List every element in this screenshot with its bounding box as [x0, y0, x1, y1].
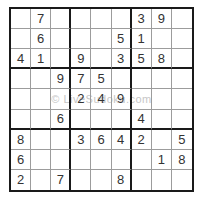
cell-r6c2[interactable]	[31, 110, 51, 130]
cell-r2c5[interactable]	[91, 29, 111, 49]
cell-r2c1[interactable]	[11, 29, 31, 49]
cell-r4c4[interactable]: 7	[71, 69, 91, 89]
cell-r4c9[interactable]	[172, 69, 192, 89]
cell-r5c8[interactable]	[152, 89, 172, 109]
cell-r9c1[interactable]: 2	[11, 170, 31, 190]
cell-r1c2[interactable]: 7	[31, 9, 51, 29]
cell-r7c4[interactable]: 3	[71, 130, 91, 150]
cell-r1c7[interactable]: 3	[132, 9, 152, 29]
cell-r8c2[interactable]	[31, 150, 51, 170]
cell-r7c9[interactable]: 5	[172, 130, 192, 150]
cell-r6c3[interactable]: 6	[51, 110, 71, 130]
cell-r3c7[interactable]: 5	[132, 49, 152, 69]
cell-r8c8[interactable]: 1	[152, 150, 172, 170]
cell-r8c6[interactable]	[112, 150, 132, 170]
cell-r9c9[interactable]	[172, 170, 192, 190]
cell-r2c2[interactable]: 6	[31, 29, 51, 49]
cell-r3c6[interactable]: 3	[112, 49, 132, 69]
cell-r8c7[interactable]	[132, 150, 152, 170]
cell-r5c3[interactable]	[51, 89, 71, 109]
cell-r6c9[interactable]	[172, 110, 192, 130]
cell-r2c4[interactable]	[71, 29, 91, 49]
cell-r3c8[interactable]: 8	[152, 49, 172, 69]
cell-r7c8[interactable]	[152, 130, 172, 150]
cell-r8c9[interactable]: 8	[172, 150, 192, 170]
cell-r4c8[interactable]	[152, 69, 172, 89]
sudoku-page: © LiveSudoku.com 73965141935897524964836…	[0, 0, 200, 200]
cell-r9c7[interactable]	[132, 170, 152, 190]
cell-r6c8[interactable]	[152, 110, 172, 130]
cell-r5c6[interactable]: 9	[112, 89, 132, 109]
cell-r7c3[interactable]	[51, 130, 71, 150]
sudoku-board: © LiveSudoku.com 73965141935897524964836…	[9, 7, 194, 192]
cell-r7c7[interactable]: 2	[132, 130, 152, 150]
cell-r6c1[interactable]	[11, 110, 31, 130]
cell-r5c7[interactable]	[132, 89, 152, 109]
cell-r4c5[interactable]: 5	[91, 69, 111, 89]
cell-r1c9[interactable]	[172, 9, 192, 29]
cell-r1c4[interactable]	[71, 9, 91, 29]
cell-r6c5[interactable]	[91, 110, 111, 130]
cell-r2c3[interactable]	[51, 29, 71, 49]
cell-r7c5[interactable]: 6	[91, 130, 111, 150]
cell-r9c6[interactable]: 8	[112, 170, 132, 190]
cell-r4c1[interactable]	[11, 69, 31, 89]
cell-r3c1[interactable]: 4	[11, 49, 31, 69]
cell-r5c2[interactable]	[31, 89, 51, 109]
cell-r8c1[interactable]: 6	[11, 150, 31, 170]
cell-r8c5[interactable]	[91, 150, 111, 170]
cell-r6c6[interactable]	[112, 110, 132, 130]
cell-r4c2[interactable]	[31, 69, 51, 89]
cell-r5c9[interactable]	[172, 89, 192, 109]
cell-r2c9[interactable]	[172, 29, 192, 49]
cell-r4c3[interactable]: 9	[51, 69, 71, 89]
cell-r4c6[interactable]	[112, 69, 132, 89]
cell-r1c1[interactable]	[11, 9, 31, 29]
cell-r1c6[interactable]	[112, 9, 132, 29]
cell-r3c9[interactable]	[172, 49, 192, 69]
cell-r4c7[interactable]	[132, 69, 152, 89]
cell-r2c6[interactable]: 5	[112, 29, 132, 49]
cell-r8c3[interactable]	[51, 150, 71, 170]
cell-r5c5[interactable]: 4	[91, 89, 111, 109]
cell-r6c4[interactable]	[71, 110, 91, 130]
cell-r9c3[interactable]: 7	[51, 170, 71, 190]
cell-r9c2[interactable]	[31, 170, 51, 190]
cell-r3c3[interactable]	[51, 49, 71, 69]
cell-r2c7[interactable]: 1	[132, 29, 152, 49]
cell-r1c3[interactable]	[51, 9, 71, 29]
cell-r2c8[interactable]	[152, 29, 172, 49]
cell-r7c6[interactable]: 4	[112, 130, 132, 150]
cell-r3c5[interactable]	[91, 49, 111, 69]
cell-r7c2[interactable]	[31, 130, 51, 150]
cell-r8c4[interactable]	[71, 150, 91, 170]
cell-r7c1[interactable]: 8	[11, 130, 31, 150]
cell-r6c7[interactable]: 4	[132, 110, 152, 130]
cell-r1c8[interactable]: 9	[152, 9, 172, 29]
cell-r1c5[interactable]	[91, 9, 111, 29]
cell-r5c4[interactable]: 2	[71, 89, 91, 109]
cell-r9c8[interactable]	[152, 170, 172, 190]
cell-r5c1[interactable]	[11, 89, 31, 109]
cell-r9c5[interactable]	[91, 170, 111, 190]
cell-r9c4[interactable]	[71, 170, 91, 190]
cell-r3c2[interactable]: 1	[31, 49, 51, 69]
cell-r3c4[interactable]: 9	[71, 49, 91, 69]
